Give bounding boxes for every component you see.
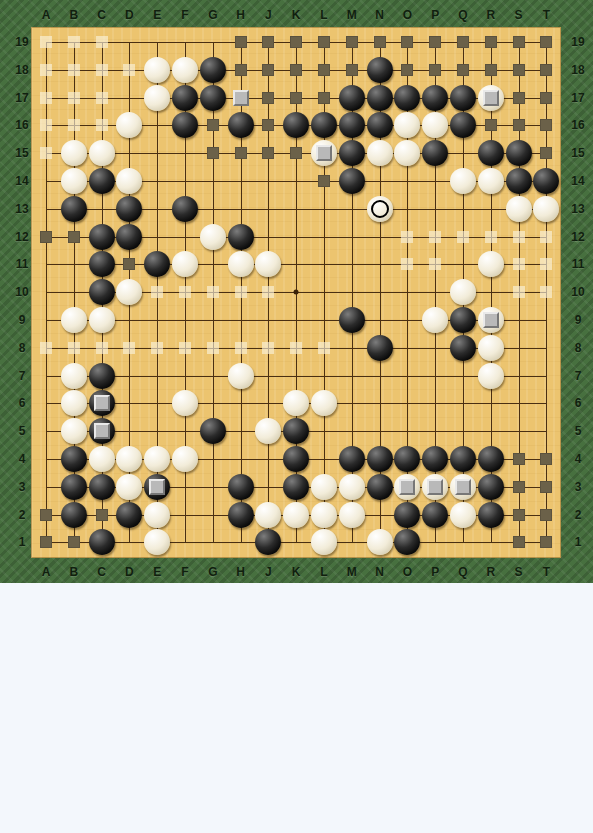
black-territory-mark — [540, 147, 552, 159]
black-stone[interactable] — [228, 502, 254, 528]
coordinate-label-left: 6 — [19, 396, 26, 410]
coordinate-label-bottom: E — [153, 565, 161, 579]
coordinate-label-bottom: G — [208, 565, 217, 579]
coordinate-label-top: N — [375, 8, 384, 22]
coordinate-label-right: 18 — [571, 63, 584, 77]
coordinate-label-left: 7 — [19, 369, 26, 383]
coordinate-label-right: 19 — [571, 35, 584, 49]
white-stone[interactable] — [339, 474, 365, 500]
white-territory-mark — [96, 342, 108, 354]
coordinate-label-right: 14 — [571, 174, 584, 188]
white-stone[interactable] — [89, 446, 115, 472]
black-territory-mark — [318, 175, 330, 187]
white-territory-mark — [262, 342, 274, 354]
black-stone[interactable] — [450, 335, 476, 361]
black-territory-mark — [318, 36, 330, 48]
coordinate-label-top: C — [97, 8, 106, 22]
black-territory-mark — [485, 36, 497, 48]
white-stone[interactable] — [422, 307, 448, 333]
black-stone[interactable] — [422, 446, 448, 472]
coordinate-label-bottom: N — [375, 565, 384, 579]
coordinate-label-top: M — [347, 8, 357, 22]
white-stone[interactable] — [394, 140, 420, 166]
dead-stone-marker — [94, 423, 110, 439]
coordinate-label-left: 18 — [15, 63, 28, 77]
black-stone[interactable] — [450, 307, 476, 333]
white-stone[interactable] — [339, 502, 365, 528]
white-stone[interactable] — [172, 57, 198, 83]
dead-stone-marker — [455, 479, 471, 495]
black-territory-mark — [290, 92, 302, 104]
black-territory-mark — [262, 119, 274, 131]
black-stone[interactable] — [172, 112, 198, 138]
black-stone[interactable] — [450, 446, 476, 472]
coordinate-label-left: 8 — [19, 341, 26, 355]
white-territory-mark — [68, 119, 80, 131]
black-territory-mark — [540, 481, 552, 493]
black-territory-mark — [513, 92, 525, 104]
black-stone[interactable] — [200, 57, 226, 83]
coordinate-label-left: 1 — [19, 535, 26, 549]
coordinate-label-top: P — [431, 8, 439, 22]
black-territory-mark — [429, 36, 441, 48]
white-territory-mark — [513, 286, 525, 298]
black-stone[interactable] — [172, 196, 198, 222]
black-territory-mark — [262, 36, 274, 48]
white-territory-mark — [513, 231, 525, 243]
black-stone[interactable] — [61, 446, 87, 472]
black-stone[interactable] — [283, 418, 309, 444]
white-territory-mark — [68, 36, 80, 48]
black-stone[interactable] — [255, 529, 281, 555]
white-stone[interactable] — [228, 363, 254, 389]
white-stone[interactable] — [311, 474, 337, 500]
black-territory-mark — [40, 509, 52, 521]
black-stone[interactable] — [394, 446, 420, 472]
black-stone[interactable] — [450, 112, 476, 138]
white-stone[interactable] — [311, 502, 337, 528]
white-territory-mark — [68, 92, 80, 104]
coordinate-label-left: 16 — [15, 118, 28, 132]
coordinate-label-bottom: F — [181, 565, 188, 579]
black-territory-mark — [290, 147, 302, 159]
coordinate-label-top: J — [265, 8, 272, 22]
black-territory-mark — [540, 453, 552, 465]
coordinate-label-bottom: H — [236, 565, 245, 579]
black-stone[interactable] — [339, 446, 365, 472]
black-territory-mark — [540, 92, 552, 104]
white-territory-mark — [290, 342, 302, 354]
white-stone[interactable] — [116, 279, 142, 305]
black-territory-mark — [513, 119, 525, 131]
white-stone[interactable] — [506, 196, 532, 222]
black-stone[interactable] — [394, 529, 420, 555]
black-territory-mark — [513, 481, 525, 493]
black-territory-mark — [96, 509, 108, 521]
coordinate-label-right: 4 — [575, 452, 582, 466]
black-territory-mark — [485, 64, 497, 76]
white-stone[interactable] — [144, 446, 170, 472]
black-territory-mark — [318, 92, 330, 104]
black-territory-mark — [513, 453, 525, 465]
white-stone[interactable] — [367, 140, 393, 166]
black-territory-mark — [540, 509, 552, 521]
white-territory-mark — [179, 286, 191, 298]
coordinate-label-top: Q — [458, 8, 467, 22]
black-territory-mark — [540, 64, 552, 76]
coordinate-label-left: 19 — [15, 35, 28, 49]
coordinate-label-bottom: R — [486, 565, 495, 579]
black-territory-mark — [513, 36, 525, 48]
black-stone[interactable] — [339, 168, 365, 194]
coordinate-label-bottom: T — [543, 565, 550, 579]
black-stone[interactable] — [478, 474, 504, 500]
white-stone[interactable] — [283, 502, 309, 528]
black-stone[interactable] — [283, 446, 309, 472]
white-stone[interactable] — [144, 85, 170, 111]
black-territory-mark — [401, 64, 413, 76]
black-territory-mark — [290, 64, 302, 76]
coordinate-label-top: G — [208, 8, 217, 22]
coordinate-label-bottom: J — [265, 565, 272, 579]
black-stone[interactable] — [367, 446, 393, 472]
black-stone[interactable] — [422, 502, 448, 528]
black-stone[interactable] — [339, 112, 365, 138]
black-territory-mark — [262, 147, 274, 159]
black-stone[interactable] — [367, 85, 393, 111]
black-stone[interactable] — [283, 474, 309, 500]
coordinate-label-right: 1 — [575, 535, 582, 549]
white-stone[interactable] — [255, 502, 281, 528]
coordinate-label-left: 14 — [15, 174, 28, 188]
white-stone[interactable] — [533, 196, 559, 222]
coordinate-label-top: R — [486, 8, 495, 22]
bottom-region: 手数 分析 × 候选招式计算分值 F1261732630L127239929N7… — [0, 583, 593, 833]
white-stone[interactable] — [61, 363, 87, 389]
coordinate-label-left: 12 — [15, 230, 28, 244]
black-territory-mark — [123, 258, 135, 270]
coordinate-label-bottom: B — [69, 565, 78, 579]
white-territory-mark — [540, 258, 552, 270]
coordinate-label-right: 6 — [575, 396, 582, 410]
coordinate-label-right: 10 — [571, 285, 584, 299]
white-territory-mark — [40, 92, 52, 104]
white-territory-mark — [123, 64, 135, 76]
black-territory-mark — [513, 64, 525, 76]
black-stone[interactable] — [89, 363, 115, 389]
black-stone[interactable] — [116, 224, 142, 250]
white-territory-mark — [540, 231, 552, 243]
black-territory-mark — [68, 536, 80, 548]
white-territory-mark — [235, 286, 247, 298]
white-stone[interactable] — [394, 112, 420, 138]
white-stone[interactable] — [61, 168, 87, 194]
white-territory-mark — [485, 231, 497, 243]
white-stone[interactable] — [61, 307, 87, 333]
black-stone[interactable] — [89, 251, 115, 277]
black-stone[interactable] — [478, 446, 504, 472]
dead-stone-marker — [483, 312, 499, 328]
white-stone[interactable] — [367, 529, 393, 555]
coordinate-label-bottom: Q — [458, 565, 467, 579]
black-stone[interactable] — [339, 307, 365, 333]
white-territory-mark — [429, 258, 441, 270]
white-territory-mark — [151, 286, 163, 298]
coordinate-label-bottom: D — [125, 565, 134, 579]
black-territory-mark — [540, 536, 552, 548]
coordinate-label-right: 16 — [571, 118, 584, 132]
black-territory-mark — [513, 536, 525, 548]
coordinate-label-bottom: L — [320, 565, 327, 579]
black-stone[interactable] — [533, 168, 559, 194]
black-territory-mark — [540, 36, 552, 48]
black-territory-mark — [513, 509, 525, 521]
white-stone[interactable] — [311, 529, 337, 555]
white-stone[interactable] — [255, 251, 281, 277]
black-stone[interactable] — [506, 168, 532, 194]
white-stone[interactable] — [422, 112, 448, 138]
coordinate-label-left: 13 — [15, 202, 28, 216]
coordinate-label-bottom: K — [292, 565, 301, 579]
white-territory-mark — [429, 231, 441, 243]
white-territory-mark — [401, 258, 413, 270]
white-stone[interactable] — [478, 251, 504, 277]
coordinate-label-top: S — [515, 8, 523, 22]
white-stone[interactable] — [144, 57, 170, 83]
black-stone[interactable] — [478, 502, 504, 528]
coordinate-label-top: K — [292, 8, 301, 22]
black-stone[interactable] — [311, 112, 337, 138]
black-territory-mark — [40, 231, 52, 243]
black-territory-mark — [374, 36, 386, 48]
black-territory-mark — [40, 536, 52, 548]
black-territory-mark — [429, 64, 441, 76]
black-stone[interactable] — [478, 140, 504, 166]
black-territory-mark — [207, 147, 219, 159]
white-stone[interactable] — [172, 251, 198, 277]
coordinate-label-top: T — [543, 8, 550, 22]
white-stone[interactable] — [116, 446, 142, 472]
black-territory-mark — [235, 36, 247, 48]
white-territory-mark — [540, 286, 552, 298]
white-territory-mark — [207, 342, 219, 354]
black-stone[interactable] — [89, 474, 115, 500]
black-stone[interactable] — [283, 112, 309, 138]
white-stone[interactable] — [116, 112, 142, 138]
white-stone[interactable] — [478, 168, 504, 194]
black-stone[interactable] — [89, 168, 115, 194]
white-territory-mark — [457, 231, 469, 243]
coordinate-label-top: D — [125, 8, 134, 22]
black-stone[interactable] — [200, 418, 226, 444]
white-stone[interactable] — [311, 390, 337, 416]
black-stone[interactable] — [367, 335, 393, 361]
go-board-background: AABBCCDDEEFFGGHHJJKKLLMMNNOOPPQQRRSSTT19… — [0, 0, 593, 583]
white-territory-mark — [96, 119, 108, 131]
white-territory-mark — [207, 286, 219, 298]
white-stone[interactable] — [200, 224, 226, 250]
white-stone[interactable] — [89, 140, 115, 166]
black-stone[interactable] — [394, 85, 420, 111]
black-stone[interactable] — [367, 57, 393, 83]
black-stone[interactable] — [450, 85, 476, 111]
coordinate-label-left: 10 — [15, 285, 28, 299]
black-territory-mark — [68, 231, 80, 243]
white-territory-mark — [123, 342, 135, 354]
dead-stone-marker — [427, 479, 443, 495]
black-stone[interactable] — [506, 140, 532, 166]
coordinate-label-bottom: C — [97, 565, 106, 579]
coordinate-label-left: 17 — [15, 91, 28, 105]
black-stone[interactable] — [61, 502, 87, 528]
coordinate-label-right: 9 — [575, 313, 582, 327]
white-stone[interactable] — [283, 390, 309, 416]
white-territory-mark — [68, 64, 80, 76]
black-stone[interactable] — [339, 140, 365, 166]
black-stone[interactable] — [367, 112, 393, 138]
white-stone[interactable] — [89, 307, 115, 333]
coordinate-label-left: 15 — [15, 146, 28, 160]
white-territory-mark — [96, 64, 108, 76]
white-territory-mark — [235, 342, 247, 354]
white-stone[interactable] — [450, 279, 476, 305]
white-stone[interactable] — [450, 168, 476, 194]
black-stone[interactable] — [228, 224, 254, 250]
white-stone[interactable] — [61, 418, 87, 444]
black-stone[interactable] — [172, 85, 198, 111]
white-stone[interactable] — [61, 390, 87, 416]
dead-stone-marker — [94, 395, 110, 411]
coordinate-label-bottom: P — [431, 565, 439, 579]
coordinate-label-top: A — [42, 8, 51, 22]
black-stone[interactable] — [61, 196, 87, 222]
white-stone[interactable] — [478, 335, 504, 361]
star-point — [294, 290, 299, 295]
coordinate-label-right: 11 — [572, 257, 585, 271]
black-territory-mark — [318, 64, 330, 76]
black-territory-mark — [457, 64, 469, 76]
white-stone[interactable] — [228, 251, 254, 277]
white-territory-mark — [401, 231, 413, 243]
coordinate-label-left: 3 — [19, 480, 26, 494]
coordinate-label-right: 8 — [575, 341, 582, 355]
white-territory-mark — [40, 64, 52, 76]
black-stone[interactable] — [394, 502, 420, 528]
white-territory-mark — [318, 342, 330, 354]
coordinate-label-bottom: S — [515, 565, 523, 579]
black-territory-mark — [346, 64, 358, 76]
white-territory-mark — [513, 258, 525, 270]
coordinate-label-right: 2 — [575, 508, 582, 522]
black-stone[interactable] — [367, 474, 393, 500]
black-territory-mark — [540, 119, 552, 131]
white-stone[interactable] — [255, 418, 281, 444]
coordinate-label-right: 17 — [571, 91, 584, 105]
black-territory-mark — [485, 119, 497, 131]
black-territory-mark — [457, 36, 469, 48]
coordinate-label-bottom: O — [403, 565, 412, 579]
coordinate-label-left: 9 — [19, 313, 26, 327]
white-stone[interactable] — [61, 140, 87, 166]
black-territory-mark — [235, 147, 247, 159]
black-stone[interactable] — [422, 140, 448, 166]
coordinate-label-right: 15 — [571, 146, 584, 160]
black-territory-mark — [346, 36, 358, 48]
coordinate-label-left: 4 — [19, 452, 26, 466]
dead-stone-marker — [233, 90, 249, 106]
coordinate-label-top: B — [69, 8, 78, 22]
coordinate-label-right: 3 — [575, 480, 582, 494]
zenith-go-app: { "game": "go", "app_title": "Zenith Go … — [0, 0, 593, 833]
white-stone[interactable] — [172, 446, 198, 472]
coordinate-label-top: F — [181, 8, 188, 22]
black-stone[interactable] — [144, 251, 170, 277]
coordinate-label-left: 2 — [19, 508, 26, 522]
coordinate-label-top: E — [153, 8, 161, 22]
black-territory-mark — [207, 119, 219, 131]
black-stone[interactable] — [116, 502, 142, 528]
dead-stone-marker — [399, 479, 415, 495]
black-territory-mark — [235, 64, 247, 76]
black-stone[interactable] — [228, 474, 254, 500]
coordinate-label-right: 12 — [571, 230, 584, 244]
coordinate-label-right: 7 — [575, 369, 582, 383]
black-stone[interactable] — [89, 279, 115, 305]
white-territory-mark — [262, 286, 274, 298]
black-stone[interactable] — [422, 85, 448, 111]
white-territory-mark — [40, 147, 52, 159]
coordinate-label-right: 13 — [571, 202, 584, 216]
coordinate-label-right: 5 — [575, 424, 582, 438]
last-move-marker — [371, 200, 389, 218]
coordinate-label-left: 11 — [16, 257, 29, 271]
dead-stone-marker — [316, 145, 332, 161]
black-territory-mark — [290, 36, 302, 48]
black-territory-mark — [262, 64, 274, 76]
white-territory-mark — [40, 36, 52, 48]
black-stone[interactable] — [200, 85, 226, 111]
white-stone[interactable] — [450, 502, 476, 528]
board-grid-line-h — [46, 376, 547, 377]
black-territory-mark — [401, 36, 413, 48]
coordinate-label-top: O — [403, 8, 412, 22]
coordinate-label-top: H — [236, 8, 245, 22]
white-stone[interactable] — [478, 363, 504, 389]
white-territory-mark — [96, 36, 108, 48]
dead-stone-marker — [483, 90, 499, 106]
coordinate-label-bottom: A — [42, 565, 51, 579]
black-territory-mark — [262, 92, 274, 104]
black-stone[interactable] — [89, 529, 115, 555]
black-stone[interactable] — [89, 224, 115, 250]
white-stone[interactable] — [172, 390, 198, 416]
white-territory-mark — [68, 342, 80, 354]
white-territory-mark — [151, 342, 163, 354]
white-stone[interactable] — [116, 168, 142, 194]
black-stone[interactable] — [61, 474, 87, 500]
black-stone[interactable] — [116, 196, 142, 222]
board-grid-line-h — [46, 542, 547, 543]
white-territory-mark — [40, 119, 52, 131]
white-territory-mark — [179, 342, 191, 354]
white-stone[interactable] — [144, 502, 170, 528]
black-stone[interactable] — [339, 85, 365, 111]
white-stone[interactable] — [144, 529, 170, 555]
coordinate-label-bottom: M — [347, 565, 357, 579]
coordinate-label-top: L — [320, 8, 327, 22]
white-stone[interactable] — [116, 474, 142, 500]
black-stone[interactable] — [228, 112, 254, 138]
